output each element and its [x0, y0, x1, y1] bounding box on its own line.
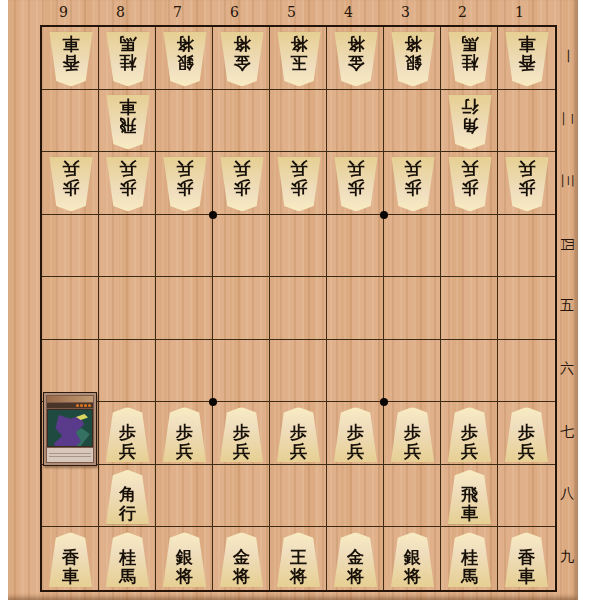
piece-kanji: 歩	[176, 178, 193, 197]
piece-kanji: 歩	[404, 422, 421, 441]
piece-kanji: 車	[518, 34, 535, 53]
card-star-icon	[80, 404, 83, 407]
cell-4八[interactable]	[327, 465, 384, 528]
piece-kanji: 金	[233, 547, 250, 566]
cell-7八[interactable]	[156, 465, 213, 528]
file-label-2: 2	[453, 4, 473, 20]
piece-kanji: 歩	[290, 178, 307, 197]
card-frame	[46, 395, 94, 463]
star-point	[209, 211, 217, 219]
piece-kanji: 金	[347, 53, 364, 72]
cell-6八[interactable]	[213, 465, 270, 528]
file-label-4: 4	[339, 4, 359, 20]
piece-kanji: 歩	[119, 422, 136, 441]
cell-6二[interactable]	[213, 90, 270, 153]
card-star-icon	[84, 404, 87, 407]
file-label-6: 6	[225, 4, 245, 20]
cell-8六[interactable]	[99, 340, 156, 403]
file-label-1: 1	[510, 4, 530, 20]
piece-kanji: 金	[233, 53, 250, 72]
cell-7二[interactable]	[156, 90, 213, 153]
cell-1八[interactable]	[498, 465, 555, 528]
cell-5四[interactable]	[270, 215, 327, 278]
piece-kanji: 兵	[518, 159, 535, 178]
piece-kanji: 車	[461, 504, 478, 523]
board-grid: 香車桂馬銀将金将玉将金将銀将桂馬香車飛車角行歩兵歩兵歩兵歩兵歩兵歩兵歩兵歩兵歩兵…	[40, 25, 557, 592]
cell-5八[interactable]	[270, 465, 327, 528]
rank-label-8: 八	[556, 485, 578, 503]
piece-kanji: 銀	[176, 547, 193, 566]
piece-kanji: 兵	[518, 441, 535, 460]
cell-5二[interactable]	[270, 90, 327, 153]
cell-1四[interactable]	[498, 215, 555, 278]
star-point	[209, 398, 217, 406]
file-label-9: 9	[54, 4, 74, 20]
piece-kanji: 兵	[461, 159, 478, 178]
cell-6六[interactable]	[213, 340, 270, 403]
file-label-5: 5	[282, 4, 302, 20]
piece-kanji: 将	[176, 566, 193, 585]
piece-kanji: 歩	[233, 178, 250, 197]
piece-kanji: 行	[461, 96, 478, 115]
piece-kanji: 将	[176, 34, 193, 53]
piece-kanji: 桂	[119, 53, 136, 72]
piece-kanji: 将	[404, 34, 421, 53]
piece-kanji: 角	[461, 115, 478, 134]
cell-7四[interactable]	[156, 215, 213, 278]
piece-kanji: 兵	[290, 441, 307, 460]
card-text-box	[47, 448, 93, 462]
piece-kanji: 桂	[461, 53, 478, 72]
piece-kanji: 飛	[119, 115, 136, 134]
star-point	[380, 398, 388, 406]
cell-3六[interactable]	[384, 340, 441, 403]
file-label-8: 8	[111, 4, 131, 20]
piece-kanji: 兵	[233, 159, 250, 178]
piece-kanji: 将	[347, 566, 364, 585]
piece-kanji: 将	[233, 34, 250, 53]
cell-6五[interactable]	[213, 277, 270, 340]
piece-kanji: 兵	[404, 441, 421, 460]
piece-kanji: 車	[518, 566, 535, 585]
piece-kanji: 香	[62, 53, 79, 72]
piece-kanji: 香	[518, 547, 535, 566]
piece-kanji: 兵	[347, 159, 364, 178]
piece-kanji: 将	[290, 34, 307, 53]
piece-kanji: 兵	[176, 441, 193, 460]
rank-label-3: 三	[558, 170, 576, 192]
piece-kanji: 桂	[119, 547, 136, 566]
piece-kanji: 兵	[461, 441, 478, 460]
cell-2四[interactable]	[441, 215, 498, 278]
piece-kanji: 馬	[461, 566, 478, 585]
piece-kanji: 馬	[461, 34, 478, 53]
rank-label-5: 五	[556, 297, 578, 315]
piece-kanji: 歩	[119, 178, 136, 197]
piece-kanji: 歩	[347, 178, 364, 197]
cell-4五[interactable]	[327, 277, 384, 340]
piece-kanji: 金	[347, 547, 364, 566]
cell-1六[interactable]	[498, 340, 555, 403]
cell-1五[interactable]	[498, 277, 555, 340]
cell-4二[interactable]	[327, 90, 384, 153]
piece-kanji: 角	[119, 485, 136, 504]
piece-kanji: 桂	[461, 547, 478, 566]
piece-kanji: 将	[347, 34, 364, 53]
piece-kanji: 車	[119, 96, 136, 115]
piece-kanji: 王	[290, 547, 307, 566]
piece-kanji: 香	[62, 547, 79, 566]
cell-9二[interactable]	[42, 90, 99, 153]
piece-kanji: 行	[119, 504, 136, 523]
piece-kanji: 馬	[119, 34, 136, 53]
piece-kanji: 兵	[119, 159, 136, 178]
piece-kanji: 歩	[518, 422, 535, 441]
cell-6四[interactable]	[213, 215, 270, 278]
file-label-3: 3	[396, 4, 416, 20]
piece-kanji: 歩	[62, 178, 79, 197]
piece-kanji: 兵	[176, 159, 193, 178]
piece-kanji: 馬	[119, 566, 136, 585]
piece-kanji: 歩	[461, 422, 478, 441]
cell-4四[interactable]	[327, 215, 384, 278]
cell-2五[interactable]	[441, 277, 498, 340]
piece-kanji: 銀	[404, 547, 421, 566]
cell-1二[interactable]	[498, 90, 555, 153]
piece-kanji: 将	[233, 566, 250, 585]
piece-kanji: 銀	[404, 53, 421, 72]
cell-9八[interactable]	[42, 465, 99, 528]
shogi-board-screen: 987654321 一二三四五六七八九 香車桂馬銀将金将玉将金将銀将桂馬香車飛車…	[0, 0, 600, 614]
piece-kanji: 歩	[290, 422, 307, 441]
star-point	[380, 211, 388, 219]
card-star-icon	[88, 404, 91, 407]
card-artwork	[47, 409, 93, 447]
rank-label-7: 七	[556, 423, 578, 441]
piece-kanji: 兵	[290, 159, 307, 178]
cell-2六[interactable]	[441, 340, 498, 403]
cell-4六[interactable]	[327, 340, 384, 403]
file-label-7: 7	[168, 4, 188, 20]
piece-kanji: 車	[62, 34, 79, 53]
rank-label-9: 九	[556, 548, 578, 566]
rank-label-2: 二	[558, 108, 576, 130]
piece-kanji: 将	[290, 566, 307, 585]
piece-kanji: 将	[404, 566, 421, 585]
piece-kanji: 香	[518, 53, 535, 72]
cell-7五[interactable]	[156, 277, 213, 340]
card-star-row	[47, 403, 93, 408]
piece-kanji: 兵	[62, 159, 79, 178]
cell-3二[interactable]	[384, 90, 441, 153]
cell-9四[interactable]	[42, 215, 99, 278]
piece-kanji: 銀	[176, 53, 193, 72]
piece-kanji: 歩	[233, 422, 250, 441]
cell-7六[interactable]	[156, 340, 213, 403]
piece-kanji: 兵	[347, 441, 364, 460]
piece-kanji: 車	[62, 566, 79, 585]
monster-card-9g[interactable]	[43, 392, 97, 466]
rank-label-6: 六	[556, 360, 578, 378]
cell-3八[interactable]	[384, 465, 441, 528]
cell-9五[interactable]	[42, 277, 99, 340]
piece-kanji: 歩	[404, 178, 421, 197]
piece-kanji: 兵	[119, 441, 136, 460]
piece-kanji: 兵	[404, 159, 421, 178]
cell-5六[interactable]	[270, 340, 327, 403]
piece-kanji: 飛	[461, 485, 478, 504]
piece-kanji: 歩	[461, 178, 478, 197]
piece-kanji: 玉	[290, 53, 307, 72]
card-title-bar	[47, 396, 93, 402]
cell-8四[interactable]	[99, 215, 156, 278]
piece-kanji: 歩	[176, 422, 193, 441]
piece-kanji: 歩	[347, 422, 364, 441]
piece-kanji: 歩	[518, 178, 535, 197]
rank-label-4: 四	[558, 233, 576, 255]
cell-8五[interactable]	[99, 277, 156, 340]
cell-3四[interactable]	[384, 215, 441, 278]
piece-kanji: 兵	[233, 441, 250, 460]
rank-label-1: 一	[558, 45, 576, 67]
card-star-icon	[76, 404, 79, 407]
cell-3五[interactable]	[384, 277, 441, 340]
cell-5五[interactable]	[270, 277, 327, 340]
